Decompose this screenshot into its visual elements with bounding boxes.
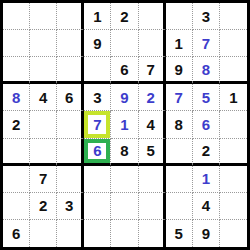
sudoku-cell-r5c5[interactable]: 1 — [111, 111, 138, 138]
sudoku-cell-r8c5[interactable] — [111, 193, 138, 220]
sudoku-cell-r4c1[interactable]: 8 — [3, 84, 30, 111]
sudoku-cell-r2c4[interactable]: 9 — [84, 30, 111, 57]
sudoku-cell-r1c5[interactable]: 2 — [111, 3, 138, 30]
sudoku-cell-r3c1[interactable] — [3, 57, 30, 84]
sudoku-cell-r3c6[interactable]: 7 — [139, 57, 166, 84]
sudoku-cell-r6c2[interactable] — [30, 139, 57, 166]
sudoku-cell-r6c8[interactable]: 2 — [193, 139, 220, 166]
sudoku-cell-r6c4[interactable]: 6 — [84, 139, 111, 166]
sudoku-cell-r1c7[interactable] — [166, 3, 193, 30]
sudoku-cell-r8c8[interactable]: 4 — [193, 193, 220, 220]
sudoku-cell-r4c6[interactable]: 2 — [139, 84, 166, 111]
sudoku-cell-r7c1[interactable] — [3, 166, 30, 193]
sudoku-cell-r2c7[interactable]: 1 — [166, 30, 193, 57]
sudoku-cell-r4c3[interactable]: 6 — [57, 84, 84, 111]
sudoku-cell-r9c6[interactable] — [139, 220, 166, 247]
sudoku-cell-r9c2[interactable] — [30, 220, 57, 247]
sudoku-cell-r5c2[interactable] — [30, 111, 57, 138]
sudoku-cell-r9c3[interactable] — [57, 220, 84, 247]
sudoku-cell-r7c6[interactable] — [139, 166, 166, 193]
sudoku-cell-r7c5[interactable] — [111, 166, 138, 193]
sudoku-cell-r6c3[interactable] — [57, 139, 84, 166]
sudoku-cell-r8c6[interactable] — [139, 193, 166, 220]
sudoku-cell-r3c5[interactable]: 6 — [111, 57, 138, 84]
sudoku-cell-r2c6[interactable] — [139, 30, 166, 57]
sudoku-cell-r7c4[interactable] — [84, 166, 111, 193]
sudoku-cell-r9c7[interactable]: 5 — [166, 220, 193, 247]
sudoku-cell-r7c8[interactable]: 1 — [193, 166, 220, 193]
sudoku-cell-r3c3[interactable] — [57, 57, 84, 84]
sudoku-cell-r6c1[interactable] — [3, 139, 30, 166]
sudoku-cell-r8c2[interactable]: 2 — [30, 193, 57, 220]
sudoku-cell-r4c2[interactable]: 4 — [30, 84, 57, 111]
sudoku-cell-r8c9[interactable] — [220, 193, 247, 220]
sudoku-cell-r1c1[interactable] — [3, 3, 30, 30]
sudoku-cell-r2c3[interactable] — [57, 30, 84, 57]
sudoku-cell-r6c5[interactable]: 8 — [111, 139, 138, 166]
sudoku-cell-r8c1[interactable] — [3, 193, 30, 220]
sudoku-cell-r5c7[interactable]: 8 — [166, 111, 193, 138]
sudoku-cell-r7c3[interactable] — [57, 166, 84, 193]
sudoku-cell-r7c2[interactable]: 7 — [30, 166, 57, 193]
sudoku-cell-r7c7[interactable] — [166, 166, 193, 193]
sudoku-cell-r1c8[interactable]: 3 — [193, 3, 220, 30]
sudoku-cell-r4c7[interactable]: 7 — [166, 84, 193, 111]
sudoku-cell-r3c7[interactable]: 9 — [166, 57, 193, 84]
sudoku-cell-r8c7[interactable] — [166, 193, 193, 220]
sudoku-cell-r5c1[interactable]: 2 — [3, 111, 30, 138]
sudoku-cell-r9c9[interactable] — [220, 220, 247, 247]
sudoku-cell-r1c9[interactable] — [220, 3, 247, 30]
sudoku-cell-r2c5[interactable] — [111, 30, 138, 57]
sudoku-cell-r2c2[interactable] — [30, 30, 57, 57]
sudoku-cell-r2c9[interactable] — [220, 30, 247, 57]
sudoku-cell-r1c6[interactable] — [139, 3, 166, 30]
sudoku-cell-r5c4[interactable]: 7 — [84, 111, 111, 138]
sudoku-cell-r2c1[interactable] — [3, 30, 30, 57]
sudoku-board: 1239176798846392751271486685271234659 — [0, 0, 250, 250]
sudoku-cell-r4c9[interactable]: 1 — [220, 84, 247, 111]
sudoku-cell-r5c9[interactable] — [220, 111, 247, 138]
sudoku-cell-r8c3[interactable]: 3 — [57, 193, 84, 220]
sudoku-cell-r6c9[interactable] — [220, 139, 247, 166]
sudoku-cell-r9c1[interactable]: 6 — [3, 220, 30, 247]
sudoku-cell-r3c2[interactable] — [30, 57, 57, 84]
sudoku-cell-r9c5[interactable] — [111, 220, 138, 247]
sudoku-cell-r3c4[interactable] — [84, 57, 111, 84]
sudoku-cell-r1c3[interactable] — [57, 3, 84, 30]
sudoku-cell-r6c7[interactable] — [166, 139, 193, 166]
sudoku-cell-r5c8[interactable]: 6 — [193, 111, 220, 138]
sudoku-cell-r4c4[interactable]: 3 — [84, 84, 111, 111]
sudoku-cell-r7c9[interactable] — [220, 166, 247, 193]
sudoku-cell-r9c8[interactable]: 9 — [193, 220, 220, 247]
sudoku-cell-r9c4[interactable] — [84, 220, 111, 247]
sudoku-cell-r8c4[interactable] — [84, 193, 111, 220]
sudoku-cell-r1c2[interactable] — [30, 3, 57, 30]
sudoku-cell-r3c8[interactable]: 8 — [193, 57, 220, 84]
sudoku-cell-r5c3[interactable] — [57, 111, 84, 138]
sudoku-cell-r5c6[interactable]: 4 — [139, 111, 166, 138]
sudoku-cell-r4c8[interactable]: 5 — [193, 84, 220, 111]
sudoku-cell-r1c4[interactable]: 1 — [84, 3, 111, 30]
sudoku-cell-r4c5[interactable]: 9 — [111, 84, 138, 111]
sudoku-cell-r6c6[interactable]: 5 — [139, 139, 166, 166]
sudoku-cell-r3c9[interactable] — [220, 57, 247, 84]
sudoku-cell-r2c8[interactable]: 7 — [193, 30, 220, 57]
